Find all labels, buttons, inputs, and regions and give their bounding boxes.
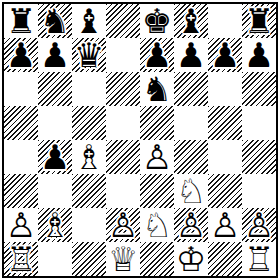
piece-black-pawn: ♟ — [244, 38, 274, 72]
piece-black-pawn: ♟ — [142, 38, 172, 72]
piece-black-bishop: ♝ — [176, 4, 206, 38]
square-h5[interactable] — [242, 106, 276, 140]
piece-black-queen: ♛ — [74, 38, 104, 72]
square-d2[interactable]: ♙ — [106, 208, 140, 242]
square-c3[interactable] — [72, 174, 106, 208]
square-a6[interactable] — [4, 72, 38, 106]
square-d1[interactable]: ♕ — [106, 242, 140, 276]
piece-black-bishop: ♝ — [74, 4, 104, 38]
chess-diagram: ♜♞♝♚♝♜♟♟♛♟♟♟♟♞♟♗♙♘♙♗♙♘♙♙♙♖♕♔♖ — [0, 0, 280, 280]
piece-black-rook: ♜ — [244, 4, 274, 38]
square-d5[interactable] — [106, 106, 140, 140]
piece-black-pawn: ♟ — [40, 140, 70, 174]
square-a4[interactable] — [4, 140, 38, 174]
piece-white-bishop: ♗ — [74, 140, 104, 174]
piece-white-rook: ♖ — [244, 242, 274, 276]
square-h1[interactable]: ♖ — [242, 242, 276, 276]
square-h4[interactable] — [242, 140, 276, 174]
square-b1[interactable] — [38, 242, 72, 276]
piece-black-pawn: ♟ — [176, 38, 206, 72]
piece-white-pawn: ♙ — [142, 140, 172, 174]
square-f6[interactable] — [174, 72, 208, 106]
piece-black-king: ♚ — [142, 4, 172, 38]
square-e7[interactable]: ♟ — [140, 38, 174, 72]
square-h6[interactable] — [242, 72, 276, 106]
square-c7[interactable]: ♛ — [72, 38, 106, 72]
square-c2[interactable] — [72, 208, 106, 242]
piece-white-king: ♔ — [176, 242, 206, 276]
piece-white-bishop: ♗ — [40, 208, 70, 242]
piece-white-pawn: ♙ — [210, 208, 240, 242]
square-g7[interactable]: ♟ — [208, 38, 242, 72]
piece-black-knight: ♞ — [142, 72, 172, 106]
square-f8[interactable]: ♝ — [174, 4, 208, 38]
square-b5[interactable] — [38, 106, 72, 140]
square-e1[interactable] — [140, 242, 174, 276]
piece-black-pawn: ♟ — [210, 38, 240, 72]
square-d4[interactable] — [106, 140, 140, 174]
square-g4[interactable] — [208, 140, 242, 174]
square-f7[interactable]: ♟ — [174, 38, 208, 72]
square-b7[interactable]: ♟ — [38, 38, 72, 72]
square-g5[interactable] — [208, 106, 242, 140]
square-f1[interactable]: ♔ — [174, 242, 208, 276]
piece-white-pawn: ♙ — [6, 208, 36, 242]
piece-white-rook: ♖ — [6, 242, 36, 276]
piece-white-knight: ♘ — [176, 174, 206, 208]
square-e6[interactable]: ♞ — [140, 72, 174, 106]
square-c1[interactable] — [72, 242, 106, 276]
square-h8[interactable]: ♜ — [242, 4, 276, 38]
piece-black-rook: ♜ — [6, 4, 36, 38]
piece-white-knight: ♘ — [142, 208, 172, 242]
square-e8[interactable]: ♚ — [140, 4, 174, 38]
square-a1[interactable]: ♖ — [4, 242, 38, 276]
square-a3[interactable] — [4, 174, 38, 208]
square-h7[interactable]: ♟ — [242, 38, 276, 72]
square-g3[interactable] — [208, 174, 242, 208]
piece-white-pawn: ♙ — [176, 208, 206, 242]
piece-black-pawn: ♟ — [40, 38, 70, 72]
square-h3[interactable] — [242, 174, 276, 208]
piece-white-queen: ♕ — [108, 242, 138, 276]
square-f3[interactable]: ♘ — [174, 174, 208, 208]
piece-white-pawn: ♙ — [108, 208, 138, 242]
square-a7[interactable]: ♟ — [4, 38, 38, 72]
square-d8[interactable] — [106, 4, 140, 38]
square-f2[interactable]: ♙ — [174, 208, 208, 242]
square-e5[interactable] — [140, 106, 174, 140]
square-d7[interactable] — [106, 38, 140, 72]
piece-black-knight: ♞ — [40, 4, 70, 38]
square-a8[interactable]: ♜ — [4, 4, 38, 38]
square-g1[interactable] — [208, 242, 242, 276]
square-f4[interactable] — [174, 140, 208, 174]
square-b2[interactable]: ♗ — [38, 208, 72, 242]
square-a2[interactable]: ♙ — [4, 208, 38, 242]
square-c4[interactable]: ♗ — [72, 140, 106, 174]
square-b8[interactable]: ♞ — [38, 4, 72, 38]
square-g2[interactable]: ♙ — [208, 208, 242, 242]
square-b4[interactable]: ♟ — [38, 140, 72, 174]
square-d3[interactable] — [106, 174, 140, 208]
square-b6[interactable] — [38, 72, 72, 106]
square-a5[interactable] — [4, 106, 38, 140]
square-g8[interactable] — [208, 4, 242, 38]
square-d6[interactable] — [106, 72, 140, 106]
piece-white-pawn: ♙ — [244, 208, 274, 242]
piece-black-pawn: ♟ — [6, 38, 36, 72]
square-f5[interactable] — [174, 106, 208, 140]
chess-board: ♜♞♝♚♝♜♟♟♛♟♟♟♟♞♟♗♙♘♙♗♙♘♙♙♙♖♕♔♖ — [2, 2, 278, 278]
square-e3[interactable] — [140, 174, 174, 208]
square-h2[interactable]: ♙ — [242, 208, 276, 242]
square-c6[interactable] — [72, 72, 106, 106]
square-c8[interactable]: ♝ — [72, 4, 106, 38]
square-g6[interactable] — [208, 72, 242, 106]
square-b3[interactable] — [38, 174, 72, 208]
square-e2[interactable]: ♘ — [140, 208, 174, 242]
square-c5[interactable] — [72, 106, 106, 140]
square-e4[interactable]: ♙ — [140, 140, 174, 174]
